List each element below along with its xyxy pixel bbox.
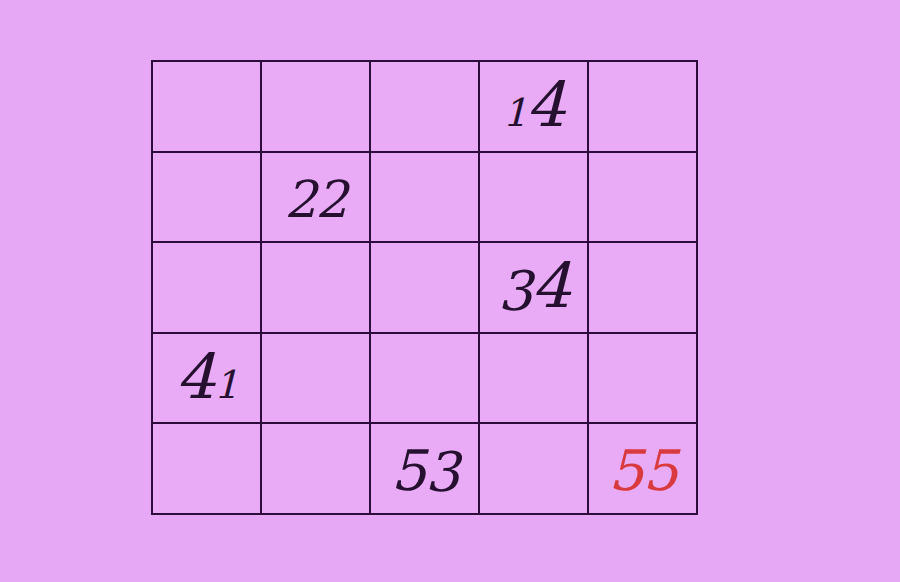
cell-r3c1[interactable]: [152, 242, 261, 333]
cell-r4c5[interactable]: [588, 333, 697, 424]
cell-r2c4[interactable]: [479, 152, 588, 243]
cell-r3c5[interactable]: [588, 242, 697, 333]
cell-r4c1[interactable]: 41: [152, 333, 261, 424]
cell-r4c2[interactable]: [261, 333, 370, 424]
cell-r1c3[interactable]: [370, 61, 479, 152]
cell-r3c3[interactable]: [370, 242, 479, 333]
cell-r2c2[interactable]: 22: [261, 152, 370, 243]
cell-r1c5[interactable]: [588, 61, 697, 152]
cell-r4c3[interactable]: [370, 333, 479, 424]
cell-r2c1[interactable]: [152, 152, 261, 243]
cell-r2c5[interactable]: [588, 152, 697, 243]
cell-r2c3[interactable]: [370, 152, 479, 243]
cell-r5c1[interactable]: [152, 423, 261, 514]
cell-r3c4[interactable]: 34: [479, 242, 588, 333]
page-background: { "game": "5x5 coordinate-numbering logi…: [0, 0, 900, 582]
cell-r5c4[interactable]: [479, 423, 588, 514]
cell-r5c5-highlighted-answer[interactable]: 55: [588, 423, 697, 514]
cell-r1c2[interactable]: [261, 61, 370, 152]
cell-r3c2[interactable]: [261, 242, 370, 333]
puzzle-board: 14 22 34 41 53 55: [151, 60, 698, 515]
cell-r1c4[interactable]: 14: [479, 61, 588, 152]
cell-r4c4[interactable]: [479, 333, 588, 424]
cell-r5c3[interactable]: 53: [370, 423, 479, 514]
cell-r1c1[interactable]: [152, 61, 261, 152]
cell-r5c2[interactable]: [261, 423, 370, 514]
